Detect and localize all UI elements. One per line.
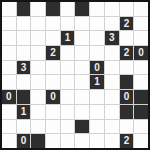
clue-cell-2-r1c8: 2 bbox=[120, 17, 134, 31]
empty-cell-r9c7[interactable] bbox=[105, 134, 119, 148]
empty-cell-r3c0[interactable] bbox=[2, 46, 16, 60]
empty-cell-r5c5[interactable] bbox=[75, 75, 89, 89]
clue-cell-0-r6c8: 0 bbox=[120, 90, 134, 104]
empty-cell-r1c7[interactable] bbox=[105, 17, 119, 31]
empty-cell-r9c3[interactable] bbox=[46, 134, 60, 148]
empty-cell-r7c2[interactable] bbox=[31, 105, 45, 119]
clue-cell-0-r6c0: 0 bbox=[2, 90, 16, 104]
empty-cell-r2c5[interactable] bbox=[75, 31, 89, 45]
empty-cell-r2c6[interactable] bbox=[90, 31, 104, 45]
empty-cell-r0c8[interactable] bbox=[120, 2, 134, 16]
empty-cell-r4c8[interactable] bbox=[120, 61, 134, 75]
empty-cell-r3c5[interactable] bbox=[75, 46, 89, 60]
empty-cell-r8c4[interactable] bbox=[61, 120, 75, 134]
wall-cell-r9c2 bbox=[31, 134, 45, 148]
empty-cell-r1c6[interactable] bbox=[90, 17, 104, 31]
empty-cell-r4c0[interactable] bbox=[2, 61, 16, 75]
wall-cell-r0c3 bbox=[46, 2, 60, 16]
akari-board: 213220301000102 bbox=[0, 0, 150, 150]
empty-cell-r8c0[interactable] bbox=[2, 120, 16, 134]
empty-cell-r8c7[interactable] bbox=[105, 120, 119, 134]
empty-cell-r5c7[interactable] bbox=[105, 75, 119, 89]
wall-cell-r0c5 bbox=[75, 2, 89, 16]
empty-cell-r1c2[interactable] bbox=[31, 17, 45, 31]
wall-cell-r7c9 bbox=[134, 105, 148, 119]
empty-cell-r2c8[interactable] bbox=[120, 31, 134, 45]
clue-cell-1-r7c1: 1 bbox=[17, 105, 31, 119]
empty-cell-r7c3[interactable] bbox=[46, 105, 60, 119]
empty-cell-r9c0[interactable] bbox=[2, 134, 16, 148]
clue-cell-2-r3c8: 2 bbox=[120, 46, 134, 60]
empty-cell-r0c7[interactable] bbox=[105, 2, 119, 16]
clue-cell-3-r2c7: 3 bbox=[105, 31, 119, 45]
empty-cell-r7c7[interactable] bbox=[105, 105, 119, 119]
empty-cell-r5c2[interactable] bbox=[31, 75, 45, 89]
empty-cell-r4c5[interactable] bbox=[75, 61, 89, 75]
clue-cell-1-r2c4: 1 bbox=[61, 31, 75, 45]
clue-cell-1-r5c6: 1 bbox=[90, 75, 104, 89]
empty-cell-r6c6[interactable] bbox=[90, 90, 104, 104]
empty-cell-r5c4[interactable] bbox=[61, 75, 75, 89]
empty-cell-r1c9[interactable] bbox=[134, 17, 148, 31]
empty-cell-r8c6[interactable] bbox=[90, 120, 104, 134]
empty-cell-r5c9[interactable] bbox=[134, 75, 148, 89]
empty-cell-r0c9[interactable] bbox=[134, 2, 148, 16]
empty-cell-r7c6[interactable] bbox=[90, 105, 104, 119]
empty-cell-r6c7[interactable] bbox=[105, 90, 119, 104]
empty-cell-r6c5[interactable] bbox=[75, 90, 89, 104]
wall-cell-r0c1 bbox=[17, 2, 31, 16]
empty-cell-r2c1[interactable] bbox=[17, 31, 31, 45]
empty-cell-r7c0[interactable] bbox=[2, 105, 16, 119]
clue-cell-2-r3c3: 2 bbox=[46, 46, 60, 60]
empty-cell-r7c5[interactable] bbox=[75, 105, 89, 119]
empty-cell-r6c4[interactable] bbox=[61, 90, 75, 104]
empty-cell-r9c9[interactable] bbox=[134, 134, 148, 148]
empty-cell-r3c1[interactable] bbox=[17, 46, 31, 60]
empty-cell-r0c4[interactable] bbox=[61, 2, 75, 16]
empty-cell-r3c7[interactable] bbox=[105, 46, 119, 60]
empty-cell-r8c8[interactable] bbox=[120, 120, 134, 134]
wall-cell-r8c5 bbox=[75, 120, 89, 134]
empty-cell-r4c7[interactable] bbox=[105, 61, 119, 75]
clue-cell-0-r6c3: 0 bbox=[46, 90, 60, 104]
clue-cell-0-r3c9: 0 bbox=[134, 46, 148, 60]
empty-cell-r9c5[interactable] bbox=[75, 134, 89, 148]
empty-cell-r3c6[interactable] bbox=[90, 46, 104, 60]
wall-cell-r6c9 bbox=[134, 90, 148, 104]
empty-cell-r2c0[interactable] bbox=[2, 31, 16, 45]
empty-cell-r8c2[interactable] bbox=[31, 120, 45, 134]
wall-cell-r6c1 bbox=[17, 90, 31, 104]
empty-cell-r4c4[interactable] bbox=[61, 61, 75, 75]
empty-cell-r0c2[interactable] bbox=[31, 2, 45, 16]
empty-cell-r1c4[interactable] bbox=[61, 17, 75, 31]
empty-cell-r7c4[interactable] bbox=[61, 105, 75, 119]
empty-cell-r2c9[interactable] bbox=[134, 31, 148, 45]
empty-cell-r9c4[interactable] bbox=[61, 134, 75, 148]
empty-cell-r4c9[interactable] bbox=[134, 61, 148, 75]
empty-cell-r2c2[interactable] bbox=[31, 31, 45, 45]
empty-cell-r3c2[interactable] bbox=[31, 46, 45, 60]
clue-cell-3-r4c1: 3 bbox=[17, 61, 31, 75]
clue-cell-0-r4c6: 0 bbox=[90, 61, 104, 75]
empty-cell-r1c1[interactable] bbox=[17, 17, 31, 31]
wall-cell-r5c8 bbox=[120, 75, 134, 89]
empty-cell-r8c3[interactable] bbox=[46, 120, 60, 134]
empty-cell-r4c3[interactable] bbox=[46, 61, 60, 75]
empty-cell-r1c5[interactable] bbox=[75, 17, 89, 31]
empty-cell-r2c3[interactable] bbox=[46, 31, 60, 45]
empty-cell-r1c3[interactable] bbox=[46, 17, 60, 31]
empty-cell-r5c3[interactable] bbox=[46, 75, 60, 89]
empty-cell-r8c9[interactable] bbox=[134, 120, 148, 134]
clue-cell-0-r9c1: 0 bbox=[17, 134, 31, 148]
empty-cell-r9c6[interactable] bbox=[90, 134, 104, 148]
clue-cell-2-r9c8: 2 bbox=[120, 134, 134, 148]
empty-cell-r6c2[interactable] bbox=[31, 90, 45, 104]
empty-cell-r5c1[interactable] bbox=[17, 75, 31, 89]
empty-cell-r0c0[interactable] bbox=[2, 2, 16, 16]
empty-cell-r8c1[interactable] bbox=[17, 120, 31, 134]
wall-cell-r7c8 bbox=[120, 105, 134, 119]
empty-cell-r4c2[interactable] bbox=[31, 61, 45, 75]
empty-cell-r3c4[interactable] bbox=[61, 46, 75, 60]
empty-cell-r0c6[interactable] bbox=[90, 2, 104, 16]
empty-cell-r1c0[interactable] bbox=[2, 17, 16, 31]
empty-cell-r5c0[interactable] bbox=[2, 75, 16, 89]
